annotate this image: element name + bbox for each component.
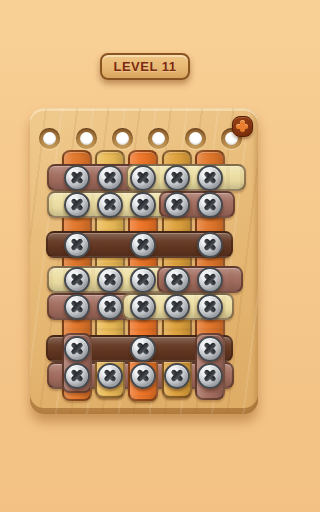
level-banner: LEVEL 11	[100, 53, 190, 80]
screw[interactable]	[164, 294, 190, 320]
screw[interactable]	[97, 267, 123, 293]
screw[interactable]	[197, 165, 223, 191]
screw[interactable]	[64, 232, 90, 258]
screw[interactable]	[197, 192, 223, 218]
screw[interactable]	[130, 192, 156, 218]
screw[interactable]	[64, 336, 90, 362]
screw[interactable]	[130, 165, 156, 191]
screw[interactable]	[164, 363, 190, 389]
screw[interactable]	[64, 267, 90, 293]
screw[interactable]	[197, 232, 223, 258]
screw[interactable]	[64, 192, 90, 218]
screw[interactable]	[64, 165, 90, 191]
screw[interactable]	[97, 294, 123, 320]
board-layer	[30, 108, 258, 414]
game-screen: LEVEL 11	[0, 0, 288, 512]
screw[interactable]	[197, 267, 223, 293]
screw[interactable]	[197, 336, 223, 362]
plus-icon	[240, 120, 245, 132]
hole-center	[189, 132, 202, 145]
screw[interactable]	[130, 232, 156, 258]
screw[interactable]	[197, 294, 223, 320]
hole-center	[43, 132, 56, 145]
puzzle-board	[30, 108, 258, 414]
board-hole	[148, 128, 169, 149]
screw[interactable]	[97, 192, 123, 218]
screw[interactable]	[130, 363, 156, 389]
screw[interactable]	[164, 165, 190, 191]
hole-center	[152, 132, 165, 145]
screw[interactable]	[130, 267, 156, 293]
screw[interactable]	[164, 267, 190, 293]
screw[interactable]	[97, 165, 123, 191]
screw[interactable]	[197, 363, 223, 389]
screw[interactable]	[97, 363, 123, 389]
board-hole	[112, 128, 133, 149]
hole-center	[80, 132, 93, 145]
level-label: LEVEL 11	[113, 59, 176, 74]
screw[interactable]	[64, 294, 90, 320]
screw[interactable]	[130, 294, 156, 320]
board-hole	[76, 128, 97, 149]
screw[interactable]	[164, 192, 190, 218]
board-hole	[185, 128, 206, 149]
screw[interactable]	[130, 336, 156, 362]
screw[interactable]	[64, 363, 90, 389]
hole-center	[116, 132, 129, 145]
board-hole	[39, 128, 60, 149]
add-slot-button[interactable]	[232, 116, 253, 137]
